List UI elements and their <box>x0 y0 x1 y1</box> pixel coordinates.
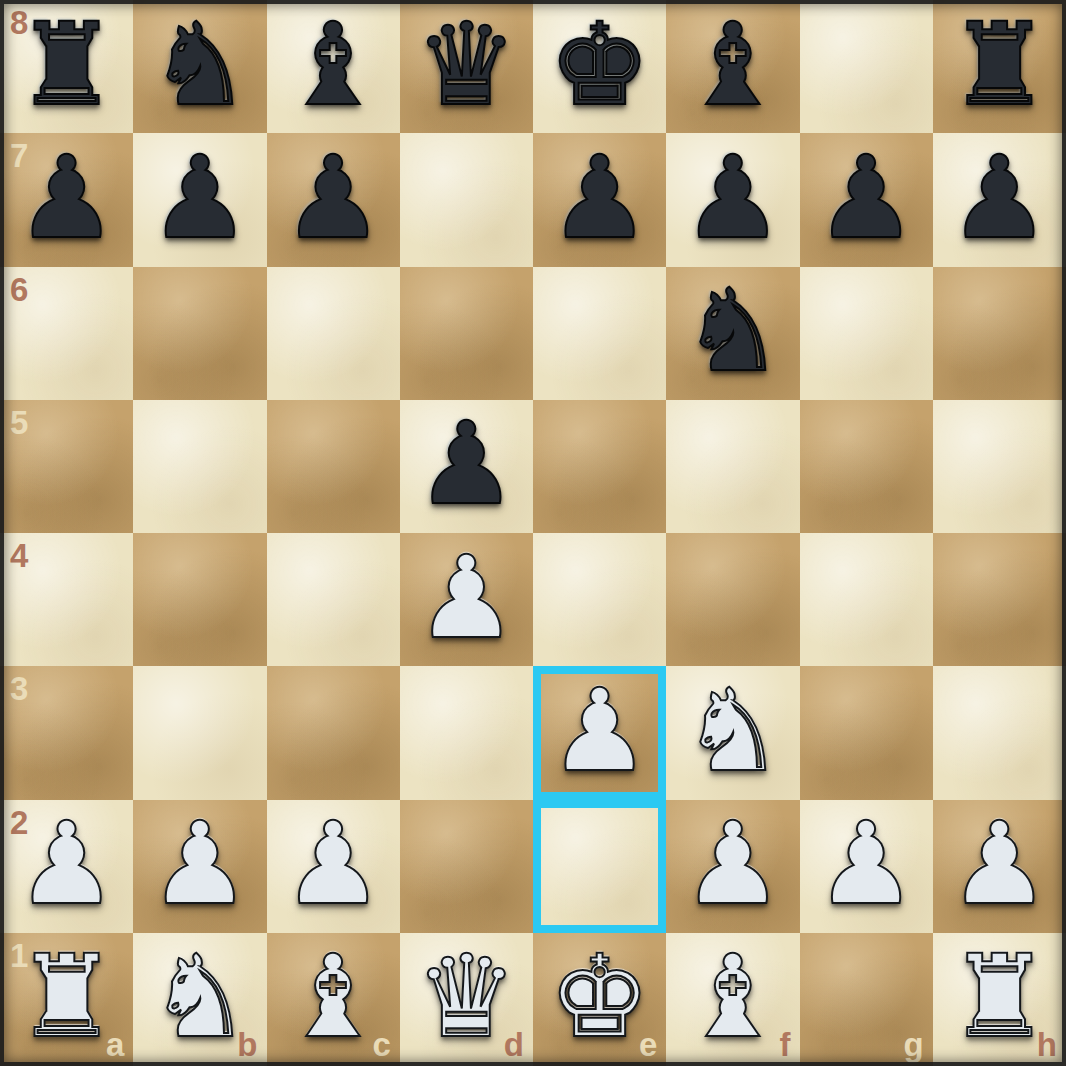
black-knight[interactable]: ♞ <box>682 274 784 388</box>
square-c4[interactable] <box>267 533 400 666</box>
square-h7[interactable]: ♟ <box>933 133 1066 266</box>
square-a8[interactable]: ♜8 <box>0 0 133 133</box>
square-c2[interactable]: ♟ <box>267 800 400 933</box>
black-pawn[interactable]: ♟ <box>282 141 384 255</box>
square-d5[interactable]: ♟ <box>400 400 533 533</box>
square-a4[interactable]: 4 <box>0 533 133 666</box>
square-e5[interactable] <box>533 400 666 533</box>
square-e4[interactable] <box>533 533 666 666</box>
square-b7[interactable]: ♟ <box>133 133 266 266</box>
square-c6[interactable] <box>267 267 400 400</box>
black-bishop[interactable]: ♝ <box>682 8 784 122</box>
square-f6[interactable]: ♞ <box>666 267 799 400</box>
black-queen[interactable]: ♛ <box>415 8 517 122</box>
white-pawn[interactable]: ♟ <box>549 674 651 788</box>
black-king[interactable]: ♚ <box>549 8 651 122</box>
square-f7[interactable]: ♟ <box>666 133 799 266</box>
square-d4[interactable]: ♟ <box>400 533 533 666</box>
board-grid: ♜8♞♝♛♚♝♜♟7♟♟♟♟♟♟6♞5♟4♟3♟♞♟2♟♟♟♟♟♜1a♞b♝c♛… <box>0 0 1066 1066</box>
square-b8[interactable]: ♞ <box>133 0 266 133</box>
white-knight[interactable]: ♞ <box>682 674 784 788</box>
square-b2[interactable]: ♟ <box>133 800 266 933</box>
square-e3[interactable]: ♟ <box>533 666 666 799</box>
white-king[interactable]: ♚ <box>549 940 651 1054</box>
square-g8[interactable] <box>800 0 933 133</box>
square-f2[interactable]: ♟ <box>666 800 799 933</box>
square-h4[interactable] <box>933 533 1066 666</box>
square-c1[interactable]: ♝c <box>267 933 400 1066</box>
square-h3[interactable] <box>933 666 1066 799</box>
square-d1[interactable]: ♛d <box>400 933 533 1066</box>
white-pawn[interactable]: ♟ <box>282 807 384 921</box>
white-pawn[interactable]: ♟ <box>948 807 1050 921</box>
square-f4[interactable] <box>666 533 799 666</box>
square-a2[interactable]: ♟2 <box>0 800 133 933</box>
file-label-g: g <box>904 1028 924 1061</box>
square-g6[interactable] <box>800 267 933 400</box>
square-h2[interactable]: ♟ <box>933 800 1066 933</box>
black-pawn[interactable]: ♟ <box>682 141 784 255</box>
square-d3[interactable] <box>400 666 533 799</box>
black-pawn[interactable]: ♟ <box>16 141 118 255</box>
black-rook[interactable]: ♜ <box>948 8 1050 122</box>
rank-label-6: 6 <box>10 273 28 306</box>
square-h1[interactable]: ♜h <box>933 933 1066 1066</box>
square-a6[interactable]: 6 <box>0 267 133 400</box>
square-h6[interactable] <box>933 267 1066 400</box>
square-f3[interactable]: ♞ <box>666 666 799 799</box>
square-b6[interactable] <box>133 267 266 400</box>
square-b4[interactable] <box>133 533 266 666</box>
square-g7[interactable]: ♟ <box>800 133 933 266</box>
square-c3[interactable] <box>267 666 400 799</box>
square-h5[interactable] <box>933 400 1066 533</box>
square-d2[interactable] <box>400 800 533 933</box>
square-b3[interactable] <box>133 666 266 799</box>
square-a5[interactable]: 5 <box>0 400 133 533</box>
square-d6[interactable] <box>400 267 533 400</box>
square-h8[interactable]: ♜ <box>933 0 1066 133</box>
square-b1[interactable]: ♞b <box>133 933 266 1066</box>
square-f5[interactable] <box>666 400 799 533</box>
square-g4[interactable] <box>800 533 933 666</box>
white-pawn[interactable]: ♟ <box>415 541 517 655</box>
black-pawn[interactable]: ♟ <box>815 141 917 255</box>
square-d7[interactable] <box>400 133 533 266</box>
square-c7[interactable]: ♟ <box>267 133 400 266</box>
square-e8[interactable]: ♚ <box>533 0 666 133</box>
square-g5[interactable] <box>800 400 933 533</box>
white-knight[interactable]: ♞ <box>149 940 251 1054</box>
square-e1[interactable]: ♚e <box>533 933 666 1066</box>
square-a3[interactable]: 3 <box>0 666 133 799</box>
square-a7[interactable]: ♟7 <box>0 133 133 266</box>
square-f8[interactable]: ♝ <box>666 0 799 133</box>
rank-label-5: 5 <box>10 406 28 439</box>
white-queen[interactable]: ♛ <box>415 940 517 1054</box>
white-pawn[interactable]: ♟ <box>16 807 118 921</box>
white-pawn[interactable]: ♟ <box>815 807 917 921</box>
white-bishop[interactable]: ♝ <box>682 940 784 1054</box>
square-c8[interactable]: ♝ <box>267 0 400 133</box>
square-f1[interactable]: ♝f <box>666 933 799 1066</box>
black-rook[interactable]: ♜ <box>16 8 118 122</box>
rank-label-4: 4 <box>10 539 28 572</box>
black-pawn[interactable]: ♟ <box>948 141 1050 255</box>
square-c5[interactable] <box>267 400 400 533</box>
square-e6[interactable] <box>533 267 666 400</box>
black-pawn[interactable]: ♟ <box>415 407 517 521</box>
black-pawn[interactable]: ♟ <box>549 141 651 255</box>
square-e2[interactable] <box>533 800 666 933</box>
white-rook[interactable]: ♜ <box>16 940 118 1054</box>
white-bishop[interactable]: ♝ <box>282 940 384 1054</box>
chess-board: ♜8♞♝♛♚♝♜♟7♟♟♟♟♟♟6♞5♟4♟3♟♞♟2♟♟♟♟♟♜1a♞b♝c♛… <box>0 0 1066 1066</box>
square-a1[interactable]: ♜1a <box>0 933 133 1066</box>
square-e7[interactable]: ♟ <box>533 133 666 266</box>
white-pawn[interactable]: ♟ <box>149 807 251 921</box>
square-g1[interactable]: g <box>800 933 933 1066</box>
square-d8[interactable]: ♛ <box>400 0 533 133</box>
white-rook[interactable]: ♜ <box>948 940 1050 1054</box>
square-b5[interactable] <box>133 400 266 533</box>
black-knight[interactable]: ♞ <box>149 8 251 122</box>
rank-label-3: 3 <box>10 672 28 705</box>
white-pawn[interactable]: ♟ <box>682 807 784 921</box>
black-bishop[interactable]: ♝ <box>282 8 384 122</box>
black-pawn[interactable]: ♟ <box>149 141 251 255</box>
square-g3[interactable] <box>800 666 933 799</box>
square-g2[interactable]: ♟ <box>800 800 933 933</box>
